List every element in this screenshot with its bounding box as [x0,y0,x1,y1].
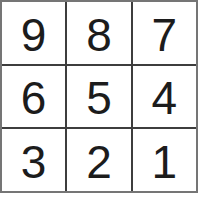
cell-digit: 4 [152,75,178,121]
cell-digit: 7 [152,12,178,58]
grid-cell-r2c2[interactable]: 1 [133,129,196,191]
grid-cell-r2c0[interactable]: 3 [2,129,65,191]
page: 9 8 7 6 5 4 3 2 1 [0,0,198,201]
cell-digit: 3 [21,139,47,185]
cell-digit: 5 [86,75,112,121]
cell-digit: 1 [152,139,178,185]
cell-digit: 6 [21,75,47,121]
grid-cell-r2c1[interactable]: 2 [67,129,130,191]
cell-digit: 9 [21,12,47,58]
grid-cell-r1c2[interactable]: 4 [133,66,196,128]
cell-digit: 8 [86,12,112,58]
grid-cell-r1c1[interactable]: 5 [67,66,130,128]
grid-cell-r0c0[interactable]: 9 [2,2,65,64]
cell-digit: 2 [86,139,112,185]
grid-cell-r0c2[interactable]: 7 [133,2,196,64]
number-grid-board: 9 8 7 6 5 4 3 2 1 [0,0,198,193]
grid-cell-r1c0[interactable]: 6 [2,66,65,128]
grid-cell-r0c1[interactable]: 8 [67,2,130,64]
